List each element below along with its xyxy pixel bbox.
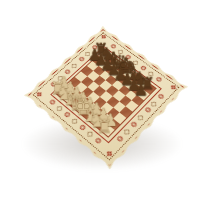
white-rook[interactable]: ♜ [92, 118, 116, 136]
diamond-ornament-icon: ◇ [135, 113, 145, 122]
chess-set-photo: ❂◇❂◇❂◇❂ ❂◇❂◇❂◇❂ ❂◇❂◇❂◇❂ ❂◇❂◇❂◇❂ ❖ ❖ ❖ ❖ … [0, 0, 200, 200]
black-pawn[interactable]: ♟ [129, 82, 152, 98]
rosette-ornament-icon: ❂ [156, 93, 165, 101]
diamond-ornament-icon: ◇ [69, 62, 79, 70]
